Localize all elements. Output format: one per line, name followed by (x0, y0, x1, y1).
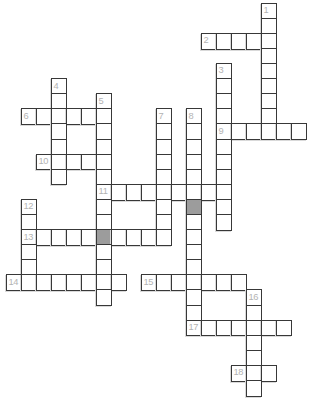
clue-number-14: 14 (9, 278, 19, 287)
clue-number-1: 1 (264, 6, 269, 15)
crossword-cell-r21-c18[interactable] (276, 320, 293, 337)
clue-number-10: 10 (39, 157, 49, 166)
clue-number-15: 15 (144, 278, 154, 287)
crossword-cell-r11-c3[interactable] (51, 169, 68, 186)
clue-number-2: 2 (204, 36, 209, 45)
crossword-page: 123456789101112131415161718 (0, 0, 313, 400)
clue-number-3: 3 (219, 66, 224, 75)
clue-number-12: 12 (24, 202, 34, 211)
clue-number-7: 7 (159, 112, 164, 121)
crossword-cell-r14-c14[interactable] (216, 214, 233, 231)
clue-number-4: 4 (54, 82, 59, 91)
clue-number-16: 16 (249, 293, 259, 302)
clue-number-5: 5 (99, 97, 104, 106)
crossword-cell-r25-c16[interactable] (246, 380, 263, 397)
clue-number-17: 17 (189, 323, 199, 332)
crossword-cell-r19-c6[interactable] (96, 289, 113, 306)
clue-number-8: 8 (189, 112, 194, 121)
clue-number-6: 6 (24, 112, 29, 121)
clue-number-11: 11 (99, 187, 108, 196)
crossword-cell-r24-c17[interactable] (261, 365, 278, 382)
clue-number-9: 9 (219, 127, 224, 136)
crossword-grid: 123456789101112131415161718 (7, 4, 307, 396)
crossword-cell-r8-c19[interactable] (291, 123, 308, 140)
clue-number-18: 18 (234, 368, 244, 377)
clue-number-13: 13 (24, 233, 34, 242)
crossword-cell-r18-c7[interactable] (111, 274, 128, 291)
crossword-cell-r15-c10[interactable] (156, 229, 173, 246)
